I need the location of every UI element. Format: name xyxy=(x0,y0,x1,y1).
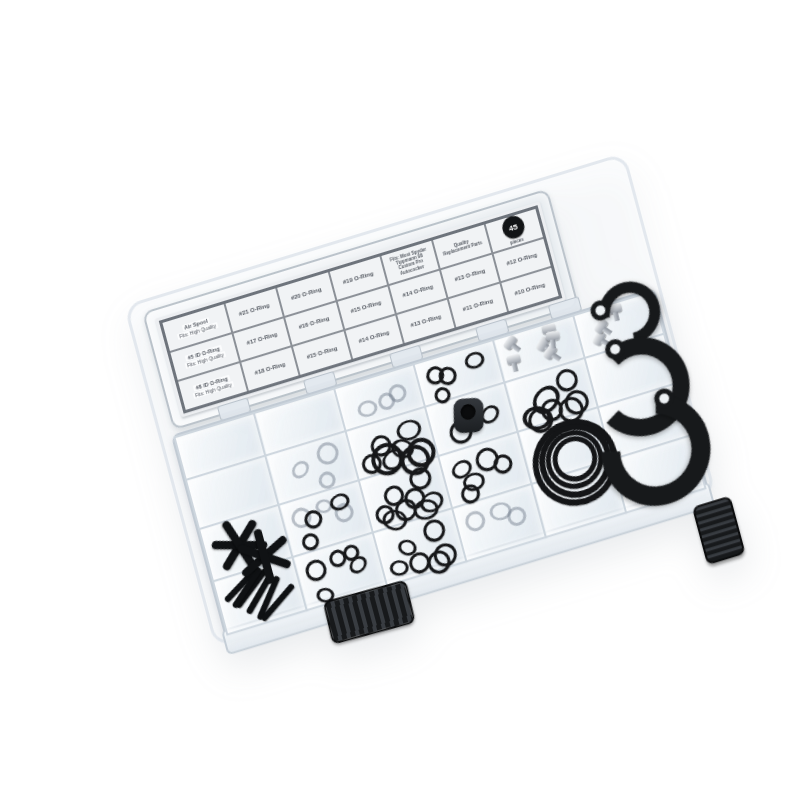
label-cell-text: #15 O-Ring xyxy=(306,345,338,361)
o-ring xyxy=(316,441,339,464)
clamp-hole xyxy=(587,296,615,324)
metal-screw xyxy=(545,330,560,341)
o-ring xyxy=(423,520,445,542)
label-cell-text: #15 O-Ring xyxy=(350,300,382,316)
clamp-hole xyxy=(605,339,625,360)
label-cell-text: #11 O-Ring xyxy=(462,298,494,314)
o-ring xyxy=(463,350,487,372)
side-latch xyxy=(692,496,746,566)
label-cell-text: #21 O-Ring xyxy=(238,302,270,318)
label-cell-text: #14 O-Ring xyxy=(358,329,390,345)
label-cell-text: #19 O-Ring xyxy=(342,270,374,286)
screw-stem xyxy=(511,343,521,352)
o-ring xyxy=(555,368,579,391)
o-ring xyxy=(304,509,323,529)
label-cell-text: #20 O-Ring xyxy=(290,286,322,302)
o-ring xyxy=(305,558,329,583)
label-cell-text: #17 O-Ring xyxy=(246,331,278,347)
metal-screw xyxy=(506,354,522,366)
cross-tool xyxy=(230,528,297,584)
o-ring xyxy=(390,560,409,576)
product-photo: 45-piece paintball O-ring and spare part… xyxy=(0,0,800,800)
o-ring xyxy=(464,510,487,533)
rubber-grommet xyxy=(454,397,484,433)
label-cell-text: #14 O-Ring xyxy=(402,284,434,300)
label-cell-text: #13 O-Ring xyxy=(410,313,442,329)
label-cell-text: #13 O-Ring xyxy=(454,268,486,284)
grommet-hole xyxy=(461,404,476,420)
label-cell-text: #18 O-Ring xyxy=(254,361,286,377)
label-cell-text: #10 O-Ring xyxy=(514,282,546,298)
o-ring xyxy=(288,457,312,482)
label-cell-text: #12 O-Ring xyxy=(506,252,538,268)
screw-stem xyxy=(550,339,556,349)
metal-screw xyxy=(503,334,519,351)
screw-stem xyxy=(551,352,561,361)
screw-stem xyxy=(511,363,518,373)
o-ring xyxy=(493,454,513,474)
o-ring xyxy=(356,399,378,419)
organizer-case: Air SpoolFits: High Quality#21 O-Ring#20… xyxy=(138,167,702,632)
label-cell-text: #16 O-Ring xyxy=(298,316,330,332)
